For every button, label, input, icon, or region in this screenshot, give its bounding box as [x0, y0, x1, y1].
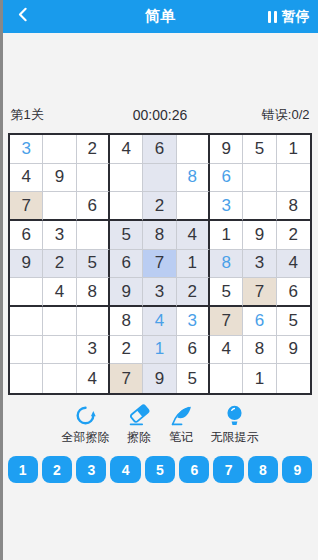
back-button[interactable]: [11, 0, 36, 33]
cell-r5c8[interactable]: 3: [243, 250, 276, 279]
cell-r5c9[interactable]: 4: [277, 250, 310, 279]
cell-r5c5[interactable]: 7: [143, 250, 176, 279]
quill-icon: [169, 403, 194, 428]
cell-r1c6[interactable]: [177, 135, 210, 164]
cell-r2c2[interactable]: 9: [43, 164, 76, 193]
cell-r8c3[interactable]: 3: [77, 336, 110, 365]
cell-r9c4[interactable]: 7: [110, 364, 143, 393]
cell-r4c5[interactable]: 8: [143, 221, 176, 250]
cell-r8c8[interactable]: 8: [243, 336, 276, 365]
cell-r4c2[interactable]: 3: [43, 221, 76, 250]
timer-label: 00:00:26: [133, 107, 188, 123]
cell-r9c9[interactable]: [277, 364, 310, 393]
refresh-icon: [73, 403, 98, 428]
cell-r8c1[interactable]: [10, 336, 43, 365]
cell-r1c9[interactable]: 1: [277, 135, 310, 164]
cell-r2c4[interactable]: [110, 164, 143, 193]
cell-r9c6[interactable]: 5: [177, 364, 210, 393]
cell-r5c1[interactable]: 9: [10, 250, 43, 279]
cell-r9c8[interactable]: 1: [243, 364, 276, 393]
num-button-5[interactable]: 5: [145, 456, 175, 483]
cell-r1c8[interactable]: 5: [243, 135, 276, 164]
cell-r5c3[interactable]: 5: [77, 250, 110, 279]
erase-all-label: 全部擦除: [62, 429, 110, 446]
num-button-4[interactable]: 4: [110, 456, 140, 483]
cell-r9c5[interactable]: 9: [143, 364, 176, 393]
cell-r4c1[interactable]: 6: [10, 221, 43, 250]
cell-r7c8[interactable]: 6: [243, 307, 276, 336]
cell-r8c9[interactable]: 9: [277, 336, 310, 365]
num-button-9[interactable]: 9: [282, 456, 312, 483]
cell-r4c4[interactable]: 5: [110, 221, 143, 250]
cell-r8c2[interactable]: [43, 336, 76, 365]
cell-r1c4[interactable]: 4: [110, 135, 143, 164]
cell-r9c2[interactable]: [43, 364, 76, 393]
header-bar: 简单 暂停: [3, 0, 318, 33]
cell-r3c6[interactable]: [177, 192, 210, 221]
cell-r3c9[interactable]: 8: [277, 192, 310, 221]
eraser-icon: [127, 403, 152, 428]
cell-r7c6[interactable]: 3: [177, 307, 210, 336]
num-button-6[interactable]: 6: [179, 456, 209, 483]
cell-r6c6[interactable]: 2: [177, 278, 210, 307]
cell-r3c3[interactable]: 6: [77, 192, 110, 221]
toolbar: 全部擦除 擦除 笔记 无限提示: [3, 403, 318, 446]
cell-r2c8[interactable]: [243, 164, 276, 193]
cell-r6c9[interactable]: 6: [277, 278, 310, 307]
cell-r7c3[interactable]: [77, 307, 110, 336]
cell-r3c2[interactable]: [43, 192, 76, 221]
cell-r9c1[interactable]: [10, 364, 43, 393]
cell-r5c4[interactable]: 6: [110, 250, 143, 279]
hint-label: 无限提示: [211, 429, 259, 446]
pause-icon: [268, 11, 277, 23]
cell-r7c4[interactable]: 8: [110, 307, 143, 336]
cell-r4c3[interactable]: [77, 221, 110, 250]
sudoku-grid: 3246951498676238635841929256718344893257…: [8, 133, 312, 395]
cell-r6c5[interactable]: 3: [143, 278, 176, 307]
cell-r4c8[interactable]: 9: [243, 221, 276, 250]
num-button-8[interactable]: 8: [248, 456, 278, 483]
cell-r7c1[interactable]: [10, 307, 43, 336]
cell-r1c3[interactable]: 2: [77, 135, 110, 164]
cell-r9c3[interactable]: 4: [77, 364, 110, 393]
cell-r1c1[interactable]: 3: [10, 135, 43, 164]
cell-r2c3[interactable]: [77, 164, 110, 193]
cell-r3c4[interactable]: [110, 192, 143, 221]
back-chevron-icon: [15, 6, 32, 27]
cell-r7c7[interactable]: 7: [210, 307, 243, 336]
cell-r7c5[interactable]: 4: [143, 307, 176, 336]
cell-r1c5[interactable]: 6: [143, 135, 176, 164]
cell-r8c5[interactable]: 1: [143, 336, 176, 365]
cell-r2c9[interactable]: [277, 164, 310, 193]
num-button-3[interactable]: 3: [76, 456, 106, 483]
cell-r2c7[interactable]: 6: [210, 164, 243, 193]
bulb-icon: [222, 403, 247, 428]
level-label: 第1关: [11, 106, 44, 124]
cell-r6c2[interactable]: 4: [43, 278, 76, 307]
cell-r8c6[interactable]: 6: [177, 336, 210, 365]
cell-r3c7[interactable]: 3: [210, 192, 243, 221]
notes-label: 笔记: [169, 429, 193, 446]
cell-r1c7[interactable]: 9: [210, 135, 243, 164]
cell-r4c9[interactable]: 2: [277, 221, 310, 250]
errors-label: 错误:0/2: [262, 106, 310, 124]
cell-r4c6[interactable]: 4: [177, 221, 210, 250]
number-pad: 1 2 3 4 5 6 7 8 9: [3, 456, 318, 483]
cell-r7c2[interactable]: [43, 307, 76, 336]
cell-r9c7[interactable]: [210, 364, 243, 393]
cell-r4c7[interactable]: 1: [210, 221, 243, 250]
pause-label: 暂停: [282, 8, 310, 26]
cell-r3c5[interactable]: 2: [143, 192, 176, 221]
hint-button[interactable]: 无限提示: [211, 403, 259, 446]
cell-r2c1[interactable]: 4: [10, 164, 43, 193]
cell-r8c4[interactable]: 2: [110, 336, 143, 365]
num-button-2[interactable]: 2: [42, 456, 72, 483]
cell-r1c2[interactable]: [43, 135, 76, 164]
cell-r7c9[interactable]: 5: [277, 307, 310, 336]
cell-r6c8[interactable]: 7: [243, 278, 276, 307]
cell-r3c1[interactable]: 7: [10, 192, 43, 221]
cell-r6c7[interactable]: 5: [210, 278, 243, 307]
num-button-7[interactable]: 7: [213, 456, 243, 483]
cell-r5c6[interactable]: 1: [177, 250, 210, 279]
cell-r6c1[interactable]: [10, 278, 43, 307]
erase-button[interactable]: 擦除: [127, 403, 152, 446]
erase-all-button[interactable]: 全部擦除: [62, 403, 110, 446]
cell-r2c6[interactable]: 8: [177, 164, 210, 193]
notes-button[interactable]: 笔记: [169, 403, 194, 446]
cell-r5c7[interactable]: 8: [210, 250, 243, 279]
status-row: 第1关 00:00:26 错误:0/2: [11, 105, 310, 125]
num-button-1[interactable]: 1: [8, 456, 38, 483]
sudoku-app: 简单 暂停 第1关 00:00:26 错误:0/2 32469514986762…: [3, 0, 318, 560]
cell-r6c4[interactable]: 9: [110, 278, 143, 307]
pause-button[interactable]: 暂停: [268, 0, 310, 33]
cell-r3c8[interactable]: [243, 192, 276, 221]
cell-r2c5[interactable]: [143, 164, 176, 193]
erase-label: 擦除: [127, 429, 151, 446]
cell-r6c3[interactable]: 8: [77, 278, 110, 307]
cell-r5c2[interactable]: 2: [43, 250, 76, 279]
cell-r8c7[interactable]: 4: [210, 336, 243, 365]
